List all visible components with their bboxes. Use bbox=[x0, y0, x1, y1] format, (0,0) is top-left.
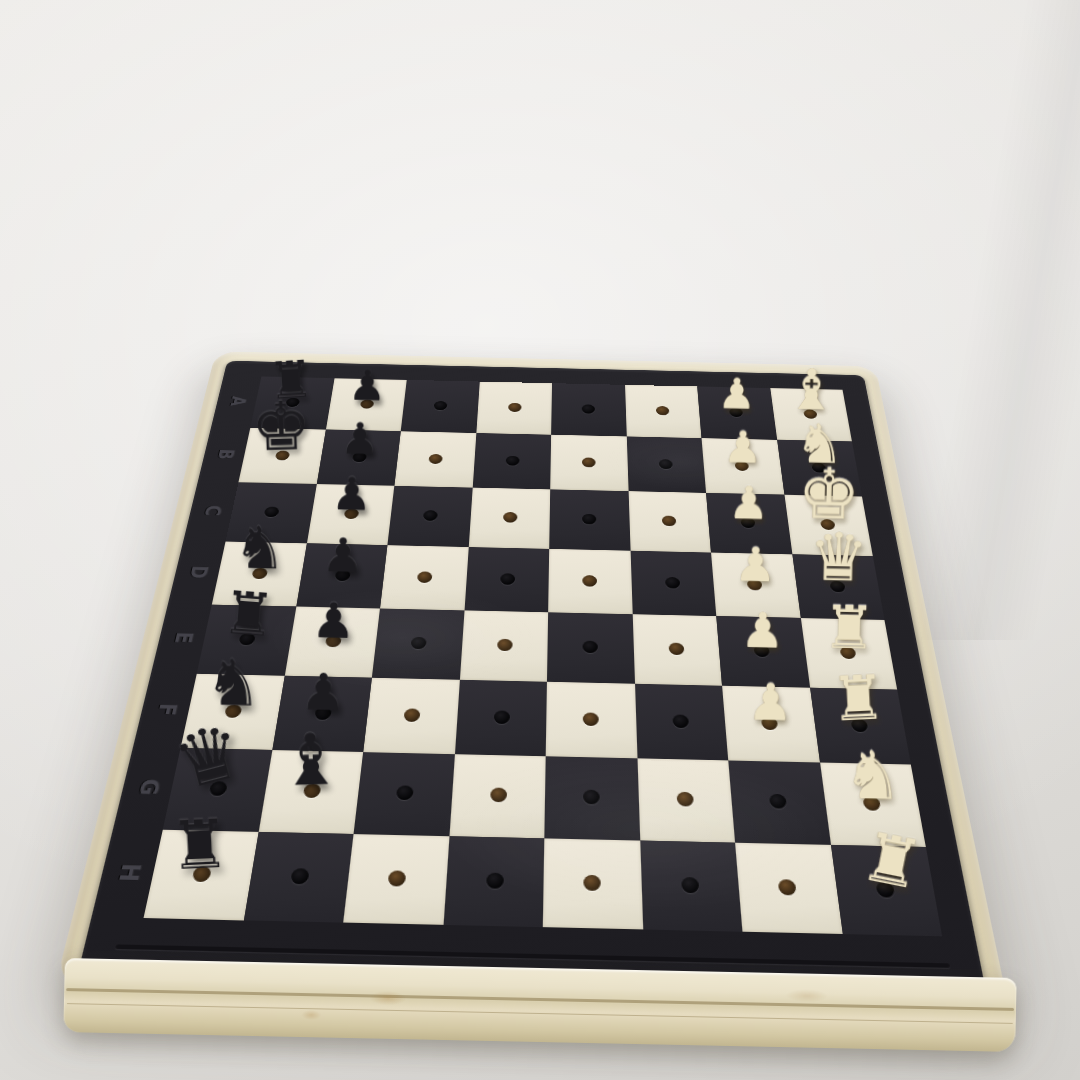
piece-white-rook-e1[interactable]: ♜ bbox=[822, 599, 876, 656]
peg-hole bbox=[486, 872, 504, 888]
square-b7[interactable]: ♟ bbox=[316, 429, 400, 486]
travel-chess-tray: ♜♟♟♝♚♟♟♞♟♟♚♞♟♟♛♜♟♟♜♞♟♟♜♛♝♞♜♜ ABCDEFGH bbox=[55, 351, 1009, 1008]
file-label-d: D bbox=[184, 560, 213, 583]
square-c6[interactable] bbox=[387, 486, 472, 547]
square-h5[interactable] bbox=[443, 836, 544, 927]
piece-black-rook-h8[interactable]: ♜ bbox=[168, 812, 231, 878]
peg-hole bbox=[829, 581, 845, 593]
square-a7[interactable]: ♟ bbox=[326, 378, 407, 431]
square-h1[interactable]: ♜ bbox=[830, 844, 942, 936]
peg-hole bbox=[584, 875, 601, 891]
file-labels: ABCDEFGH bbox=[227, 361, 863, 375]
piece-white-knight-g1[interactable]: ♞ bbox=[842, 743, 903, 807]
square-c3[interactable] bbox=[628, 491, 711, 552]
square-c5[interactable] bbox=[468, 488, 550, 549]
piece-white-pawn-b2[interactable]: ♟ bbox=[723, 426, 763, 468]
peg-hole bbox=[429, 454, 443, 464]
peg-hole bbox=[583, 712, 599, 726]
square-d6[interactable] bbox=[380, 545, 468, 611]
file-label-e: E bbox=[168, 625, 198, 650]
piece-black-knight-d8[interactable]: ♞ bbox=[233, 519, 287, 576]
peg-hole bbox=[508, 403, 521, 412]
peg-hole bbox=[583, 641, 598, 654]
peg-hole bbox=[275, 450, 290, 460]
square-b3[interactable] bbox=[626, 436, 706, 493]
square-b6[interactable] bbox=[394, 431, 476, 488]
piece-white-pawn-e2[interactable]: ♟ bbox=[740, 607, 785, 654]
board-grid: ♜♟♟♝♚♟♟♞♟♟♚♞♟♟♛♜♟♟♜♞♟♟♜♛♝♞♜♜ bbox=[144, 377, 943, 937]
piece-black-knight-f8[interactable]: ♞ bbox=[204, 653, 262, 715]
piece-black-pawn-c7[interactable]: ♟ bbox=[331, 473, 372, 517]
peg-hole bbox=[668, 643, 684, 656]
peg-hole bbox=[582, 514, 596, 525]
file-label-h: H bbox=[112, 856, 147, 888]
piece-black-pawn-d7[interactable]: ♟ bbox=[321, 533, 364, 579]
peg-hole bbox=[360, 399, 374, 408]
square-c7[interactable]: ♟ bbox=[307, 484, 395, 545]
photo-scene: ♜♟♟♝♚♟♟♞♟♟♚♞♟♟♛♜♟♟♜♞♟♟♜♛♝♞♜♜ ABCDEFGH bbox=[0, 0, 1080, 1080]
square-b5[interactable] bbox=[472, 433, 551, 490]
square-h7[interactable] bbox=[243, 831, 353, 922]
peg-hole bbox=[396, 786, 414, 801]
file-label-a: A bbox=[225, 392, 250, 411]
piece-white-queen-d1[interactable]: ♛ bbox=[808, 525, 869, 589]
square-d3[interactable] bbox=[630, 550, 716, 616]
square-c2[interactable]: ♟ bbox=[706, 493, 792, 554]
square-g6[interactable] bbox=[354, 752, 455, 836]
square-c4[interactable] bbox=[549, 489, 630, 550]
peg-hole bbox=[676, 792, 693, 807]
square-d4[interactable] bbox=[548, 549, 632, 615]
piece-black-rook-e8[interactable]: ♜ bbox=[220, 584, 277, 644]
peg-hole bbox=[672, 714, 689, 728]
peg-hole bbox=[778, 879, 797, 895]
square-h4[interactable] bbox=[543, 838, 643, 930]
file-label-b: B bbox=[212, 444, 238, 464]
piece-white-king-c1[interactable]: ♚ bbox=[797, 460, 861, 528]
piece-black-bishop-g7[interactable]: ♝ bbox=[278, 726, 343, 795]
piece-black-pawn-f7[interactable]: ♟ bbox=[300, 667, 347, 716]
square-a8[interactable]: ♜ bbox=[250, 377, 334, 430]
peg-hole bbox=[417, 571, 433, 583]
square-f2[interactable]: ♟ bbox=[722, 685, 820, 762]
square-b1[interactable]: ♞ bbox=[777, 440, 862, 497]
peg-hole bbox=[290, 868, 310, 884]
peg-hole bbox=[343, 509, 359, 520]
square-e3[interactable] bbox=[632, 614, 722, 685]
square-a5[interactable] bbox=[476, 382, 552, 435]
peg-hole bbox=[505, 456, 519, 466]
square-f6[interactable] bbox=[363, 677, 459, 754]
peg-hole bbox=[497, 639, 513, 652]
square-f4[interactable] bbox=[546, 681, 637, 758]
peg-hole bbox=[582, 405, 595, 414]
square-b8[interactable]: ♚ bbox=[238, 428, 325, 484]
peg-hole bbox=[741, 517, 756, 528]
tray-tilt-wrapper: ♜♟♟♝♚♟♟♞♟♟♚♞♟♟♛♜♟♟♜♞♟♟♜♛♝♞♜♜ ABCDEFGH bbox=[141, 221, 938, 1018]
peg-hole bbox=[803, 410, 818, 419]
square-h8[interactable]: ♜ bbox=[144, 829, 259, 920]
square-e5[interactable] bbox=[459, 610, 548, 681]
square-h6[interactable] bbox=[343, 834, 449, 925]
peg-hole bbox=[729, 408, 743, 417]
peg-hole bbox=[661, 516, 676, 527]
square-g2[interactable] bbox=[728, 760, 830, 844]
square-a1[interactable]: ♝ bbox=[770, 388, 852, 441]
peg-hole bbox=[264, 507, 280, 518]
piece-black-pawn-a7[interactable]: ♟ bbox=[348, 366, 387, 407]
peg-hole bbox=[769, 794, 787, 809]
peg-hole bbox=[500, 573, 515, 585]
square-e4[interactable] bbox=[547, 612, 635, 683]
square-a2[interactable]: ♟ bbox=[697, 386, 776, 439]
peg-hole bbox=[404, 708, 421, 722]
peg-hole bbox=[583, 575, 598, 587]
piece-white-pawn-a2[interactable]: ♟ bbox=[718, 374, 757, 415]
square-f5[interactable] bbox=[454, 679, 547, 756]
square-h2[interactable] bbox=[735, 842, 842, 934]
square-h3[interactable] bbox=[640, 840, 743, 932]
piece-black-pawn-b7[interactable]: ♟ bbox=[339, 417, 379, 459]
piece-white-bishop-a1[interactable]: ♝ bbox=[785, 362, 836, 416]
piece-white-pawn-f2[interactable]: ♟ bbox=[747, 677, 794, 726]
square-f3[interactable] bbox=[634, 683, 728, 760]
file-label-c: C bbox=[199, 500, 226, 521]
square-b2[interactable]: ♟ bbox=[702, 438, 785, 495]
square-b4[interactable] bbox=[550, 434, 628, 491]
square-a4[interactable] bbox=[551, 383, 626, 436]
piece-black-pawn-e7[interactable]: ♟ bbox=[311, 597, 356, 644]
peg-hole bbox=[658, 459, 672, 469]
square-a6[interactable] bbox=[401, 380, 480, 433]
peg-hole bbox=[388, 870, 407, 886]
peg-hole bbox=[252, 567, 269, 579]
peg-hole bbox=[334, 569, 350, 581]
square-a3[interactable] bbox=[625, 385, 702, 438]
peg-hole bbox=[352, 452, 367, 462]
peg-hole bbox=[656, 406, 670, 415]
piece-white-knight-b1[interactable]: ♞ bbox=[795, 417, 845, 470]
peg-hole bbox=[735, 461, 750, 471]
square-e6[interactable] bbox=[372, 608, 464, 679]
peg-hole bbox=[493, 710, 509, 724]
square-d5[interactable] bbox=[464, 547, 549, 613]
piece-black-queen-g8[interactable]: ♛ bbox=[167, 714, 250, 800]
peg-hole bbox=[286, 398, 301, 407]
piece-black-rook-a8[interactable]: ♜ bbox=[267, 355, 316, 406]
peg-hole bbox=[411, 637, 427, 650]
piece-white-rook-f1[interactable]: ♜ bbox=[829, 669, 887, 730]
peg-hole bbox=[582, 457, 596, 467]
peg-hole bbox=[490, 788, 507, 803]
piece-white-rook-h1[interactable]: ♜ bbox=[856, 824, 927, 898]
square-g3[interactable] bbox=[637, 758, 735, 842]
peg-hole bbox=[820, 519, 836, 530]
peg-hole bbox=[583, 790, 600, 805]
file-label-g: G bbox=[132, 772, 165, 801]
piece-white-pawn-c2[interactable]: ♟ bbox=[728, 482, 769, 526]
square-g4[interactable] bbox=[544, 756, 639, 840]
peg-hole bbox=[503, 512, 518, 523]
chess-board: ♜♟♟♝♚♟♟♞♟♟♚♞♟♟♛♜♟♟♜♞♟♟♜♛♝♞♜♜ ABCDEFGH bbox=[79, 361, 986, 990]
square-g7[interactable]: ♝ bbox=[258, 750, 363, 834]
piece-black-king-b8[interactable]: ♚ bbox=[250, 393, 312, 459]
square-g5[interactable] bbox=[449, 754, 546, 838]
peg-hole bbox=[423, 510, 438, 521]
peg-hole bbox=[665, 577, 680, 589]
square-c8[interactable] bbox=[226, 482, 317, 543]
square-c1[interactable]: ♚ bbox=[784, 495, 873, 556]
peg-hole bbox=[681, 877, 699, 893]
piece-white-pawn-d2[interactable]: ♟ bbox=[734, 542, 777, 588]
peg-hole bbox=[811, 462, 826, 472]
peg-hole bbox=[747, 579, 763, 591]
peg-hole bbox=[434, 401, 448, 410]
